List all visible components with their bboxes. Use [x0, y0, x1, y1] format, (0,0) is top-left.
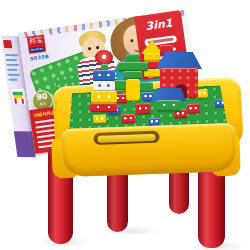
- block-tree-trunk: [126, 79, 140, 101]
- drawer-handle-slot: [93, 131, 159, 145]
- block-tower-flower: [95, 50, 113, 65]
- block-house-roof: [156, 52, 202, 69]
- product-photo: 邦宝 BanBao 9035B: [0, 0, 250, 250]
- block-tree-foliage: [140, 82, 153, 92]
- block-lighthouse: [144, 53, 160, 61]
- drawer-handle: [97, 134, 155, 143]
- block-tower: [90, 103, 117, 112]
- block-tree-base: [142, 92, 154, 101]
- block-tower: [93, 70, 115, 81]
- table-apron: [61, 123, 237, 177]
- block-hut-base: [157, 100, 181, 111]
- block-tree-foliage: [124, 71, 142, 79]
- block-tower: [91, 91, 117, 103]
- block-tower: [93, 81, 115, 91]
- block-tree-foliage: [118, 62, 148, 71]
